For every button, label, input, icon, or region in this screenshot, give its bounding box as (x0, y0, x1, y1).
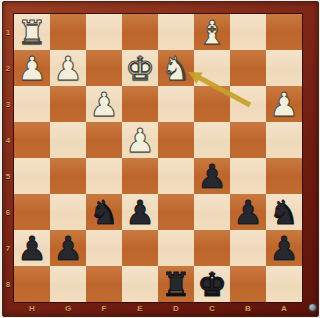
square-e1[interactable] (122, 14, 158, 50)
square-h7[interactable]: ♟ (14, 230, 50, 266)
square-h4[interactable] (14, 122, 50, 158)
rank-label-1: 1 (2, 14, 14, 50)
black-pawn[interactable]: ♟ (125, 193, 155, 232)
white-pawn[interactable]: ♟ (89, 85, 119, 124)
white-pawn[interactable]: ♟ (53, 49, 83, 88)
square-d7[interactable] (158, 230, 194, 266)
chess-board-window: 12345678 ♜♝♟♟♚♞♟♟♟♟♞♟♟♞♟♟♟♜♚ HGFEDCBA (0, 0, 320, 318)
square-a1[interactable] (266, 14, 302, 50)
square-f4[interactable] (86, 122, 122, 158)
square-f8[interactable] (86, 266, 122, 302)
square-c6[interactable] (194, 194, 230, 230)
square-b4[interactable] (230, 122, 266, 158)
square-b1[interactable] (230, 14, 266, 50)
square-g4[interactable] (50, 122, 86, 158)
black-pawn[interactable]: ♟ (269, 229, 299, 268)
file-labels: HGFEDCBA (14, 302, 302, 315)
square-g3[interactable] (50, 86, 86, 122)
square-d8[interactable]: ♜ (158, 266, 194, 302)
square-g8[interactable] (50, 266, 86, 302)
square-a3[interactable]: ♟ (266, 86, 302, 122)
square-h8[interactable] (14, 266, 50, 302)
square-h3[interactable] (14, 86, 50, 122)
black-pawn[interactable]: ♟ (17, 229, 47, 268)
square-f3[interactable]: ♟ (86, 86, 122, 122)
square-c1[interactable]: ♝ (194, 14, 230, 50)
square-d2[interactable]: ♞ (158, 50, 194, 86)
square-b6[interactable]: ♟ (230, 194, 266, 230)
square-b2[interactable] (230, 50, 266, 86)
square-c4[interactable] (194, 122, 230, 158)
black-pawn[interactable]: ♟ (197, 157, 227, 196)
white-knight[interactable]: ♞ (161, 49, 191, 88)
square-e5[interactable] (122, 158, 158, 194)
rank-label-5: 5 (2, 158, 14, 194)
square-f1[interactable] (86, 14, 122, 50)
file-label-g: G (50, 302, 86, 315)
black-king[interactable]: ♚ (197, 265, 227, 304)
square-d3[interactable] (158, 86, 194, 122)
file-label-d: D (158, 302, 194, 315)
white-pawn[interactable]: ♟ (269, 85, 299, 124)
square-e6[interactable]: ♟ (122, 194, 158, 230)
square-c7[interactable] (194, 230, 230, 266)
square-b5[interactable] (230, 158, 266, 194)
square-f6[interactable]: ♞ (86, 194, 122, 230)
rank-label-2: 2 (2, 50, 14, 86)
square-a7[interactable]: ♟ (266, 230, 302, 266)
square-d6[interactable] (158, 194, 194, 230)
rank-label-3: 3 (2, 86, 14, 122)
chess-board[interactable]: ♜♝♟♟♚♞♟♟♟♟♞♟♟♞♟♟♟♜♚ (14, 14, 302, 302)
corner-logo-badge[interactable] (308, 303, 317, 312)
square-h1[interactable]: ♜ (14, 14, 50, 50)
square-e7[interactable] (122, 230, 158, 266)
square-h6[interactable] (14, 194, 50, 230)
square-b8[interactable] (230, 266, 266, 302)
square-d4[interactable] (158, 122, 194, 158)
square-a5[interactable] (266, 158, 302, 194)
black-rook[interactable]: ♜ (161, 265, 191, 304)
square-e2[interactable]: ♚ (122, 50, 158, 86)
square-h2[interactable]: ♟ (14, 50, 50, 86)
rank-label-7: 7 (2, 230, 14, 266)
white-pawn[interactable]: ♟ (125, 121, 155, 160)
white-rook[interactable]: ♜ (17, 13, 47, 52)
black-knight[interactable]: ♞ (269, 193, 299, 232)
square-e4[interactable]: ♟ (122, 122, 158, 158)
square-c2[interactable] (194, 50, 230, 86)
square-a6[interactable]: ♞ (266, 194, 302, 230)
rank-label-8: 8 (2, 266, 14, 302)
square-d1[interactable] (158, 14, 194, 50)
white-bishop[interactable]: ♝ (197, 13, 227, 52)
square-a8[interactable] (266, 266, 302, 302)
black-pawn[interactable]: ♟ (53, 229, 83, 268)
file-label-h: H (14, 302, 50, 315)
square-g5[interactable] (50, 158, 86, 194)
rank-label-6: 6 (2, 194, 14, 230)
white-king[interactable]: ♚ (125, 49, 155, 88)
square-c3[interactable] (194, 86, 230, 122)
file-label-e: E (122, 302, 158, 315)
square-c8[interactable]: ♚ (194, 266, 230, 302)
square-g6[interactable] (50, 194, 86, 230)
square-f2[interactable] (86, 50, 122, 86)
square-f5[interactable] (86, 158, 122, 194)
square-g7[interactable]: ♟ (50, 230, 86, 266)
square-g1[interactable] (50, 14, 86, 50)
black-knight[interactable]: ♞ (89, 193, 119, 232)
square-e8[interactable] (122, 266, 158, 302)
square-g2[interactable]: ♟ (50, 50, 86, 86)
file-label-a: A (266, 302, 302, 315)
square-b3[interactable] (230, 86, 266, 122)
file-label-f: F (86, 302, 122, 315)
square-h5[interactable] (14, 158, 50, 194)
square-d5[interactable] (158, 158, 194, 194)
file-label-b: B (230, 302, 266, 315)
white-pawn[interactable]: ♟ (17, 49, 47, 88)
square-e3[interactable] (122, 86, 158, 122)
square-a4[interactable] (266, 122, 302, 158)
square-f7[interactable] (86, 230, 122, 266)
black-pawn[interactable]: ♟ (233, 193, 263, 232)
square-a2[interactable] (266, 50, 302, 86)
square-c5[interactable]: ♟ (194, 158, 230, 194)
file-label-c: C (194, 302, 230, 315)
rank-labels: 12345678 (2, 14, 14, 302)
rank-label-4: 4 (2, 122, 14, 158)
square-b7[interactable] (230, 230, 266, 266)
